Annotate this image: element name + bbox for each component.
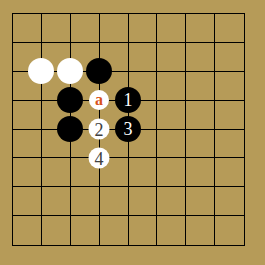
white-stone bbox=[28, 58, 54, 84]
board-cell bbox=[100, 216, 129, 245]
board-cell bbox=[157, 187, 186, 216]
board-cell bbox=[13, 130, 42, 159]
board-cell bbox=[186, 72, 215, 101]
board-cell bbox=[215, 130, 244, 159]
board-cell bbox=[13, 14, 42, 43]
board-cell bbox=[186, 14, 215, 43]
black-stone bbox=[57, 116, 83, 142]
board-cell bbox=[215, 216, 244, 245]
board-cell bbox=[13, 101, 42, 130]
white-stone-move-4: 4 bbox=[89, 148, 110, 169]
board-cell bbox=[13, 187, 42, 216]
board-cell bbox=[42, 14, 71, 43]
board-cell bbox=[157, 72, 186, 101]
board-cell bbox=[186, 216, 215, 245]
board-cell bbox=[157, 43, 186, 72]
board-cell bbox=[215, 158, 244, 187]
board-cell bbox=[186, 130, 215, 159]
board-cell bbox=[129, 14, 158, 43]
board-cell bbox=[71, 14, 100, 43]
board-cell bbox=[157, 101, 186, 130]
board-cell bbox=[186, 43, 215, 72]
board-cell bbox=[157, 216, 186, 245]
board-cell bbox=[71, 216, 100, 245]
board-cell bbox=[129, 43, 158, 72]
go-board-diagram: a1234 bbox=[0, 0, 265, 265]
board-cell bbox=[157, 14, 186, 43]
black-stone bbox=[57, 87, 83, 113]
board-cell bbox=[129, 187, 158, 216]
board-cell bbox=[215, 101, 244, 130]
board-cell bbox=[42, 187, 71, 216]
board-cell bbox=[157, 130, 186, 159]
board-cell bbox=[186, 101, 215, 130]
board-cell bbox=[71, 187, 100, 216]
white-stone-move-2: 2 bbox=[89, 119, 110, 140]
board-cell bbox=[215, 43, 244, 72]
board-cell bbox=[129, 216, 158, 245]
board-cell bbox=[129, 158, 158, 187]
black-stone-move-1: 1 bbox=[115, 87, 141, 113]
board-cell bbox=[186, 187, 215, 216]
board-cell bbox=[186, 158, 215, 187]
board-cell bbox=[42, 158, 71, 187]
board-cell bbox=[215, 187, 244, 216]
board-cell bbox=[13, 216, 42, 245]
board-cell bbox=[157, 158, 186, 187]
black-stone bbox=[86, 58, 112, 84]
board-cell bbox=[215, 72, 244, 101]
board-cell bbox=[215, 14, 244, 43]
board-cell bbox=[42, 216, 71, 245]
white-stone bbox=[57, 58, 83, 84]
board-cell bbox=[13, 158, 42, 187]
black-stone-move-3: 3 bbox=[115, 116, 141, 142]
point-label-a: a bbox=[89, 90, 109, 110]
board-cell bbox=[100, 187, 129, 216]
board-cell bbox=[100, 14, 129, 43]
